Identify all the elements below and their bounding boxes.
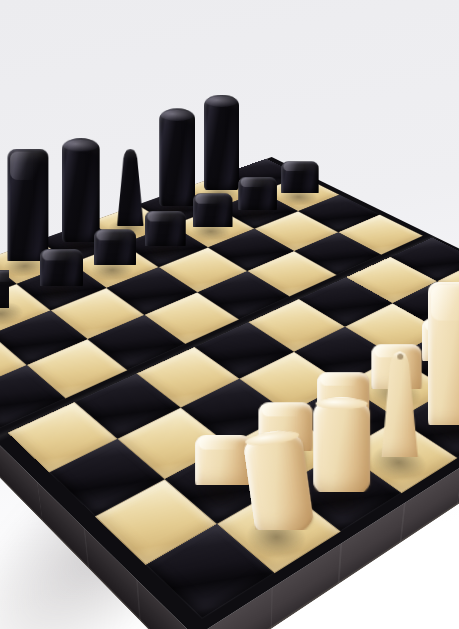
chessboard-scene: [0, 0, 459, 629]
black-bishop-cone-piece: [113, 149, 147, 230]
black-queen-cylinder-piece: [62, 138, 100, 248]
cream-rook-cylinder-piece: [313, 397, 370, 498]
photo-frame: [0, 0, 459, 629]
cream-king-prism-piece: [428, 282, 459, 431]
black-queen-cylinder-piece: [159, 108, 195, 212]
black-queen-cylinder-piece: [204, 95, 239, 196]
